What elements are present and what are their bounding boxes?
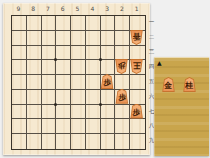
board-cell[interactable] [115,46,130,61]
board-cell[interactable] [56,16,71,31]
board-cell[interactable] [86,16,101,31]
board-cell[interactable] [130,46,145,61]
board-cell[interactable] [27,90,42,105]
board-cell[interactable] [86,75,101,90]
board-cell[interactable] [130,75,145,90]
board-cell[interactable] [71,105,86,120]
shogi-piece-金[interactable]: 金 [162,77,175,92]
piece-face: 金 [163,78,174,91]
piece-kanji: 歩 [103,78,111,86]
board-cell[interactable] [12,75,27,90]
file-label: 8 [26,4,41,14]
board-cell[interactable] [86,60,101,75]
file-label: 1 [129,4,144,14]
board-cell[interactable] [27,119,42,134]
board-grid[interactable] [11,15,146,150]
board-cell[interactable] [115,119,130,134]
board-cell[interactable] [12,90,27,105]
rank-label: 二 [146,30,157,45]
board-cell[interactable] [115,16,130,31]
board-cell[interactable] [115,134,130,149]
board-cell[interactable] [12,119,27,134]
board-cell[interactable] [12,105,27,120]
board-cell[interactable] [71,90,86,105]
board-cell[interactable] [71,31,86,46]
board-cell[interactable] [42,75,57,90]
board-cell[interactable] [115,75,130,90]
board-cell[interactable] [101,134,116,149]
board-cell[interactable] [56,90,71,105]
piece-face: 歩 [102,75,113,88]
board-cell[interactable] [42,105,57,120]
board-cell[interactable] [27,16,42,31]
board-cell[interactable] [12,46,27,61]
board-cell[interactable] [71,119,86,134]
file-labels: 987654321 [11,4,144,14]
piece-kanji: 歩 [133,108,141,116]
piece-kanji: 金 [165,81,173,89]
board-cell[interactable] [42,60,57,75]
shogi-piece-桂[interactable]: 桂 [183,77,196,92]
file-label: 6 [55,4,70,14]
board-cell[interactable] [130,134,145,149]
board-cell[interactable] [86,90,101,105]
board-cell[interactable] [130,16,145,31]
board-cell[interactable] [12,134,27,149]
board-cell[interactable] [71,134,86,149]
board-cell[interactable] [71,16,86,31]
piece-face: 歩 [116,90,127,103]
piece-kanji: 歩 [118,62,126,70]
board-cell[interactable] [27,60,42,75]
piece-kanji: 歩 [118,93,126,101]
hand-pieces-row: 金桂 [154,77,209,92]
piece-face: 歩 [116,60,127,73]
board-cell[interactable] [12,16,27,31]
piece-face: 王 [131,60,142,73]
board-cell[interactable] [86,31,101,46]
komadai-sente: ▲ 金桂 [154,57,209,156]
piece-kanji: 香 [133,32,141,40]
board-cell[interactable] [101,90,116,105]
board-cell[interactable] [27,75,42,90]
file-label: 7 [41,4,56,14]
piece-kanji: 桂 [186,81,194,89]
board-cell[interactable] [12,31,27,46]
board-cell[interactable] [115,31,130,46]
hoshi-dot [99,103,102,106]
board-cell[interactable] [42,119,57,134]
board-cell[interactable] [130,90,145,105]
board-cell[interactable] [27,134,42,149]
board-cell[interactable] [101,31,116,46]
piece-face: 桂 [184,78,195,91]
board-cell[interactable] [86,134,101,149]
board-cell[interactable] [42,134,57,149]
board-cell[interactable] [56,46,71,61]
file-label: 3 [100,4,115,14]
board-cell[interactable] [101,119,116,134]
sente-marker-icon: ▲ [157,60,162,66]
board-cell[interactable] [27,105,42,120]
file-label: 4 [85,4,100,14]
komadai-header: ▲ [154,58,209,71]
board-cell[interactable] [115,105,130,120]
board-cell[interactable] [42,31,57,46]
piece-face: 歩 [131,105,142,118]
board-cell[interactable] [71,75,86,90]
file-label: 2 [114,4,129,14]
board-cell[interactable] [56,31,71,46]
board-cell[interactable] [101,105,116,120]
piece-face: 香 [131,31,142,44]
board-cell[interactable] [42,16,57,31]
file-label: 9 [11,4,26,14]
board-cell[interactable] [101,60,116,75]
board-cell[interactable] [101,16,116,31]
rank-label: 一 [146,15,157,30]
screenshot-root: 987654321 一二三四五六七八九 ▲ 金桂 香歩王歩歩歩 [0,0,210,158]
board-cell[interactable] [12,60,27,75]
file-label: 5 [70,4,85,14]
board-cell[interactable] [130,119,145,134]
board-cell[interactable] [27,46,42,61]
shogi-board-panel: 987654321 一二三四五六七八九 [3,3,150,155]
board-cell[interactable] [56,75,71,90]
board-cell[interactable] [56,119,71,134]
board-cell[interactable] [56,134,71,149]
board-cell[interactable] [86,119,101,134]
board-cell[interactable] [56,105,71,120]
board-cell[interactable] [71,46,86,61]
board-cell[interactable] [56,60,71,75]
board-cell[interactable] [86,105,101,120]
piece-kanji: 王 [133,62,141,70]
board-cell[interactable] [101,46,116,61]
board-cell[interactable] [71,60,86,75]
board-cell[interactable] [27,31,42,46]
